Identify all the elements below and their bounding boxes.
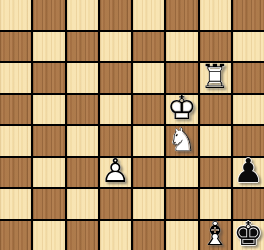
square-d3[interactable]: ♟♙	[100, 158, 131, 188]
square-b4[interactable]	[33, 126, 64, 156]
square-b6[interactable]	[33, 63, 64, 93]
square-f7[interactable]	[166, 32, 197, 62]
square-a5[interactable]	[0, 95, 31, 125]
chess-board: ♜♖♚♔♞♘♟♙♟♝♗♚	[0, 0, 264, 250]
square-d2[interactable]	[100, 189, 131, 219]
square-c4[interactable]	[67, 126, 98, 156]
square-d8[interactable]	[100, 0, 131, 30]
square-e2[interactable]	[133, 189, 164, 219]
square-b8[interactable]	[33, 0, 64, 30]
square-g6[interactable]: ♜♖	[200, 63, 231, 93]
square-b1[interactable]	[33, 221, 64, 250]
square-h1[interactable]: ♚	[233, 221, 264, 250]
square-e7[interactable]	[133, 32, 164, 62]
square-a8[interactable]	[0, 0, 31, 30]
square-c1[interactable]	[67, 221, 98, 250]
square-h8[interactable]	[233, 0, 264, 30]
square-f2[interactable]	[166, 189, 197, 219]
square-e3[interactable]	[133, 158, 164, 188]
square-h3[interactable]: ♟	[233, 158, 264, 188]
square-b2[interactable]	[33, 189, 64, 219]
square-g1[interactable]: ♝♗	[200, 221, 231, 250]
piece-white-pawn[interactable]: ♟♙	[100, 158, 131, 188]
square-e8[interactable]	[133, 0, 164, 30]
white-pawn-outline: ♙	[100, 154, 131, 187]
square-b5[interactable]	[33, 95, 64, 125]
piece-black-pawn[interactable]: ♟	[233, 158, 264, 188]
square-a6[interactable]	[0, 63, 31, 93]
square-e6[interactable]	[133, 63, 164, 93]
square-d7[interactable]	[100, 32, 131, 62]
square-c7[interactable]	[67, 32, 98, 62]
chess-board-grid: ♜♖♚♔♞♘♟♙♟♝♗♚	[0, 0, 264, 250]
square-f4[interactable]: ♞♘	[166, 126, 197, 156]
square-c6[interactable]	[67, 63, 98, 93]
black-king-glyph: ♚	[233, 217, 264, 250]
square-a2[interactable]	[0, 189, 31, 219]
square-g3[interactable]	[200, 158, 231, 188]
square-d5[interactable]	[100, 95, 131, 125]
white-knight-outline: ♘	[166, 123, 197, 156]
square-c3[interactable]	[67, 158, 98, 188]
square-g4[interactable]	[200, 126, 231, 156]
square-g8[interactable]	[200, 0, 231, 30]
white-bishop-outline: ♗	[200, 217, 231, 250]
square-a4[interactable]	[0, 126, 31, 156]
square-a1[interactable]	[0, 221, 31, 250]
square-f1[interactable]	[166, 221, 197, 250]
square-h6[interactable]	[233, 63, 264, 93]
square-b3[interactable]	[33, 158, 64, 188]
square-f8[interactable]	[166, 0, 197, 30]
piece-white-knight[interactable]: ♞♘	[166, 126, 197, 156]
square-d6[interactable]	[100, 63, 131, 93]
white-rook-outline: ♖	[200, 60, 231, 93]
black-pawn-glyph: ♟	[233, 154, 264, 187]
square-d1[interactable]	[100, 221, 131, 250]
square-c2[interactable]	[67, 189, 98, 219]
square-a3[interactable]	[0, 158, 31, 188]
square-g5[interactable]	[200, 95, 231, 125]
square-c5[interactable]	[67, 95, 98, 125]
square-h7[interactable]	[233, 32, 264, 62]
square-h5[interactable]	[233, 95, 264, 125]
square-e1[interactable]	[133, 221, 164, 250]
piece-white-bishop[interactable]: ♝♗	[200, 221, 231, 250]
square-f3[interactable]	[166, 158, 197, 188]
piece-black-king[interactable]: ♚	[233, 221, 264, 250]
square-a7[interactable]	[0, 32, 31, 62]
square-e5[interactable]	[133, 95, 164, 125]
piece-white-rook[interactable]: ♜♖	[200, 63, 231, 93]
square-c8[interactable]	[67, 0, 98, 30]
square-e4[interactable]	[133, 126, 164, 156]
square-b7[interactable]	[33, 32, 64, 62]
